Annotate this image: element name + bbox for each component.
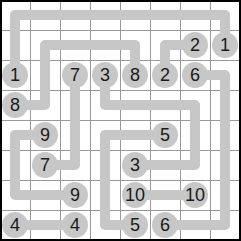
cell-r7c0[interactable]: 4 <box>0 210 30 240</box>
cell-r4c5[interactable]: 5 <box>150 120 180 150</box>
cell-r1c1[interactable] <box>30 30 60 60</box>
cell-r4c3[interactable] <box>90 120 120 150</box>
cell-r0c3[interactable] <box>90 0 120 30</box>
cell-r2c0[interactable]: 1 <box>0 60 30 90</box>
cell-r0c6[interactable] <box>180 0 210 30</box>
cell-r6c6[interactable]: 10 <box>180 180 210 210</box>
cell-r4c4[interactable] <box>120 120 150 150</box>
cell-r0c0[interactable] <box>0 0 30 30</box>
cell-r5c7[interactable] <box>210 150 240 180</box>
number-circle-4[interactable]: 4 <box>62 212 88 238</box>
number-circle-1[interactable]: 1 <box>2 62 28 88</box>
cell-r4c0[interactable] <box>0 120 30 150</box>
cell-r2c1[interactable] <box>30 60 60 90</box>
cell-r3c1[interactable] <box>30 90 60 120</box>
number-circle-5[interactable]: 5 <box>152 122 178 148</box>
cell-r0c5[interactable] <box>150 0 180 30</box>
cell-r1c4[interactable] <box>120 30 150 60</box>
cell-r0c2[interactable] <box>60 0 90 30</box>
number-circle-2[interactable]: 2 <box>152 62 178 88</box>
cell-r6c5[interactable] <box>150 180 180 210</box>
board-grid: 2117382689573910104456 <box>0 0 240 240</box>
number-circle-6[interactable]: 6 <box>152 212 178 238</box>
cell-r4c7[interactable] <box>210 120 240 150</box>
cell-r3c4[interactable] <box>120 90 150 120</box>
cell-r6c1[interactable] <box>30 180 60 210</box>
number-circle-1[interactable]: 1 <box>212 32 238 58</box>
cell-r3c7[interactable] <box>210 90 240 120</box>
number-circle-9[interactable]: 9 <box>62 182 88 208</box>
cell-r1c6[interactable]: 2 <box>180 30 210 60</box>
cell-r5c6[interactable] <box>180 150 210 180</box>
cell-r5c5[interactable] <box>150 150 180 180</box>
cell-r5c1[interactable]: 7 <box>30 150 60 180</box>
number-circle-6[interactable]: 6 <box>182 62 208 88</box>
cell-r7c5[interactable]: 6 <box>150 210 180 240</box>
cell-r5c4[interactable]: 3 <box>120 150 150 180</box>
cell-r1c3[interactable] <box>90 30 120 60</box>
number-circle-10[interactable]: 10 <box>122 182 148 208</box>
cell-r3c2[interactable] <box>60 90 90 120</box>
cell-r7c6[interactable] <box>180 210 210 240</box>
number-circle-2[interactable]: 2 <box>182 32 208 58</box>
number-circle-7[interactable]: 7 <box>32 152 58 178</box>
cell-r2c5[interactable]: 2 <box>150 60 180 90</box>
number-circle-5[interactable]: 5 <box>122 212 148 238</box>
cell-r2c2[interactable]: 7 <box>60 60 90 90</box>
cell-r4c2[interactable] <box>60 120 90 150</box>
cell-r0c1[interactable] <box>30 0 60 30</box>
cell-r5c2[interactable] <box>60 150 90 180</box>
number-circle-3[interactable]: 3 <box>122 152 148 178</box>
numberlink-board: 2117382689573910104456 <box>0 0 241 241</box>
cell-r4c6[interactable] <box>180 120 210 150</box>
cell-r2c3[interactable]: 3 <box>90 60 120 90</box>
cell-r7c2[interactable]: 4 <box>60 210 90 240</box>
cell-r3c3[interactable] <box>90 90 120 120</box>
number-circle-4[interactable]: 4 <box>2 212 28 238</box>
number-circle-8[interactable]: 8 <box>2 92 28 118</box>
number-circle-7[interactable]: 7 <box>62 62 88 88</box>
cell-r1c2[interactable] <box>60 30 90 60</box>
cell-r6c4[interactable]: 10 <box>120 180 150 210</box>
cell-r3c0[interactable]: 8 <box>0 90 30 120</box>
cell-r1c7[interactable]: 1 <box>210 30 240 60</box>
cell-r2c4[interactable]: 8 <box>120 60 150 90</box>
cell-r0c7[interactable] <box>210 0 240 30</box>
number-circle-3[interactable]: 3 <box>92 62 118 88</box>
cell-r6c3[interactable] <box>90 180 120 210</box>
cell-r0c4[interactable] <box>120 0 150 30</box>
cell-r5c3[interactable] <box>90 150 120 180</box>
number-circle-10[interactable]: 10 <box>182 182 208 208</box>
cell-r2c6[interactable]: 6 <box>180 60 210 90</box>
cell-r2c7[interactable] <box>210 60 240 90</box>
cell-r7c4[interactable]: 5 <box>120 210 150 240</box>
cell-r7c3[interactable] <box>90 210 120 240</box>
cell-r6c0[interactable] <box>0 180 30 210</box>
cell-r7c1[interactable] <box>30 210 60 240</box>
cell-r4c1[interactable]: 9 <box>30 120 60 150</box>
cell-r1c5[interactable] <box>150 30 180 60</box>
cell-r6c2[interactable]: 9 <box>60 180 90 210</box>
cell-r5c0[interactable] <box>0 150 30 180</box>
cell-r7c7[interactable] <box>210 210 240 240</box>
cell-r6c7[interactable] <box>210 180 240 210</box>
number-circle-9[interactable]: 9 <box>32 122 58 148</box>
cell-r1c0[interactable] <box>0 30 30 60</box>
cell-r3c6[interactable] <box>180 90 210 120</box>
number-circle-8[interactable]: 8 <box>122 62 148 88</box>
cell-r3c5[interactable] <box>150 90 180 120</box>
